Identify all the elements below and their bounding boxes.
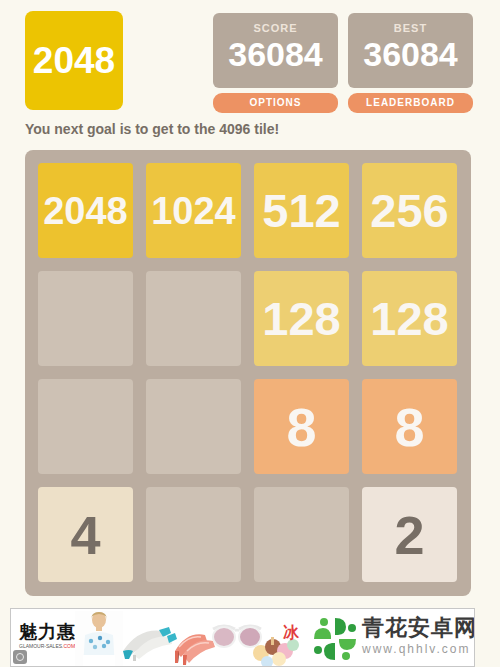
cell-r3c2 — [146, 379, 241, 474]
best-label: BEST — [348, 22, 473, 34]
ad-ice-character: 冰 — [283, 623, 299, 644]
cell-r1c2: 1024 — [146, 163, 241, 258]
best-box: BEST 36084 — [348, 13, 473, 88]
logo-tile: 2048 — [25, 11, 123, 110]
cell-r4c4: 2 — [362, 487, 457, 582]
options-button[interactable]: OPTIONS — [213, 93, 338, 113]
model-photo — [75, 611, 123, 667]
score-box: SCORE 36084 — [213, 13, 338, 88]
ad-banner[interactable]: 魅力惠 GLAMOUR-SALES.COM.CN — [10, 608, 475, 667]
best-value: 36084 — [348, 35, 473, 74]
cell-r2c1 — [38, 271, 133, 366]
ad-site-url: www.qhhlv.com — [362, 643, 475, 655]
screen: 2048 SCORE 36084 BEST 36084 OPTIONS LEAD… — [0, 0, 500, 667]
cell-r2c2 — [146, 271, 241, 366]
cell-r3c1 — [38, 379, 133, 474]
qhhlv-logo — [310, 614, 360, 664]
info-circle-icon — [16, 653, 24, 661]
cell-r4c1: 4 — [38, 487, 133, 582]
goal-text: You next goal is to get to the 4096 tile… — [25, 121, 485, 137]
score-label: SCORE — [213, 22, 338, 34]
ad-site-block: 青花安卓网 www.qhhlv.com — [362, 617, 475, 655]
cell-r1c3: 512 — [254, 163, 349, 258]
ad-info-badge[interactable] — [13, 650, 27, 664]
leaderboard-button[interactable]: LEADERBOARD — [348, 93, 473, 113]
cell-r4c3 — [254, 487, 349, 582]
cell-r3c4: 8 — [362, 379, 457, 474]
cell-r1c1: 2048 — [38, 163, 133, 258]
cell-r2c4: 128 — [362, 271, 457, 366]
cell-r4c2 — [146, 487, 241, 582]
board[interactable]: 2048 1024 512 256 128 128 8 8 4 2 — [25, 150, 471, 596]
cell-r2c3: 128 — [254, 271, 349, 366]
teal-heels-image — [119, 617, 177, 661]
score-value: 36084 — [213, 35, 338, 74]
cell-r3c3: 8 — [254, 379, 349, 474]
cell-r1c4: 256 — [362, 163, 457, 258]
ad-site-name: 青花安卓网 — [362, 617, 475, 639]
